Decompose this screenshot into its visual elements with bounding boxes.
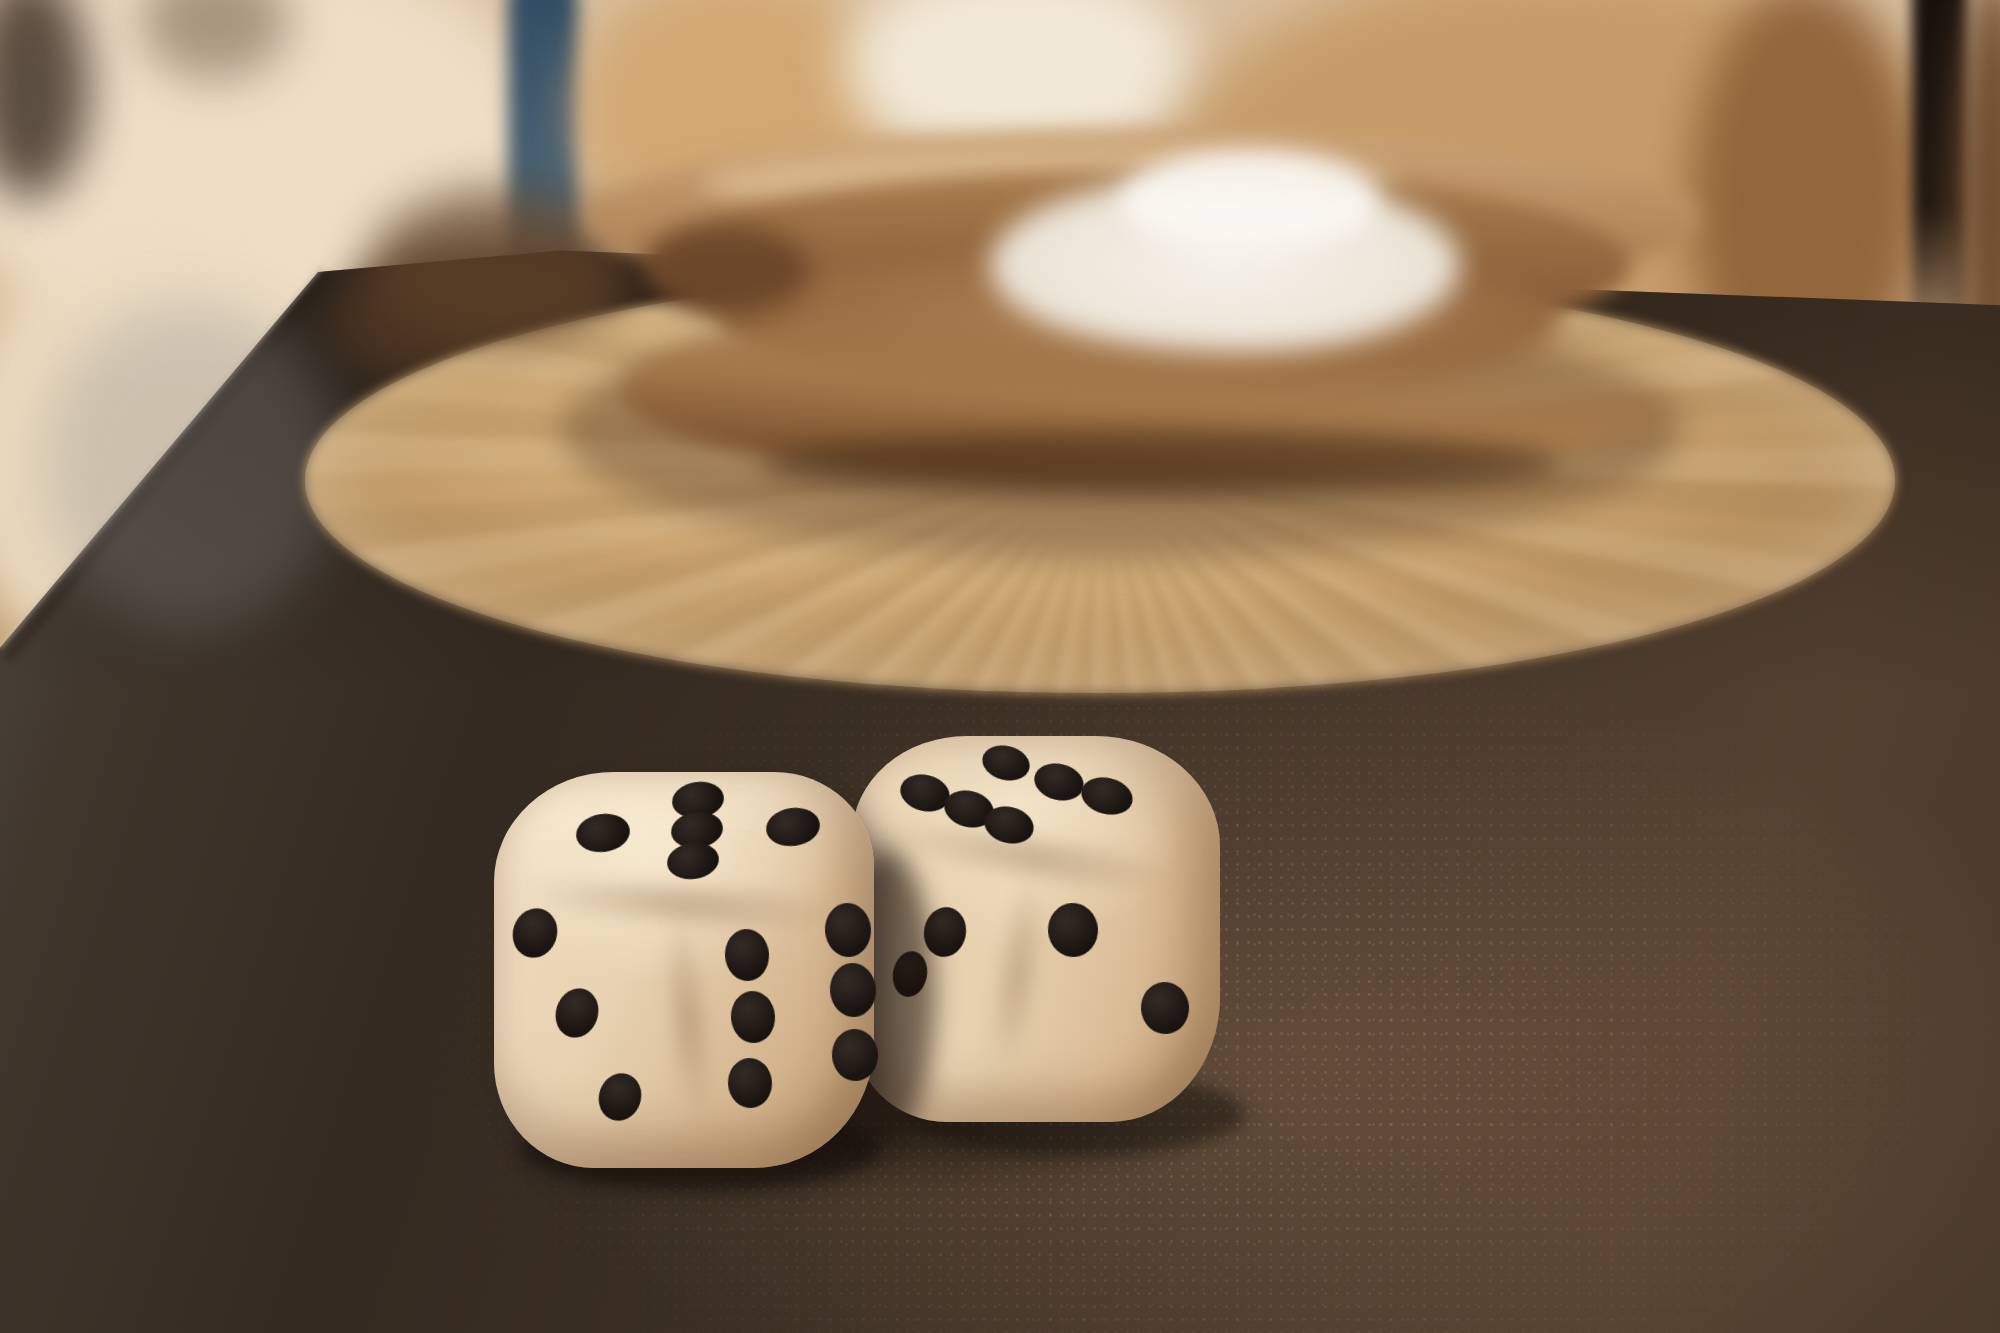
die-pip — [723, 928, 771, 983]
die-pip — [506, 902, 563, 963]
die-pip — [1030, 758, 1087, 805]
die-pip — [823, 901, 873, 958]
die-pip — [1046, 901, 1100, 958]
bowl-rim-dark-notch — [640, 225, 810, 315]
die-pip — [665, 840, 722, 883]
die-pip — [1077, 772, 1136, 820]
die-pip — [574, 810, 633, 855]
die-pip — [979, 741, 1034, 786]
photo-scene — [0, 0, 2000, 1333]
white-cloth-highlight — [1120, 150, 1380, 250]
right-die-vertical-edge-crease — [981, 865, 1050, 1108]
bowl-base-shadow — [760, 430, 1560, 500]
die-pip — [729, 990, 777, 1045]
die-pip — [828, 961, 878, 1018]
left-die — [494, 772, 874, 1168]
die-pip — [764, 804, 823, 849]
left-die-vertical-edge-crease — [658, 901, 721, 1165]
die-pip — [593, 1068, 648, 1127]
die-pip — [549, 983, 604, 1044]
die-pip — [726, 1057, 773, 1110]
table-edge-gray-cast — [40, 300, 340, 630]
die-pip — [1139, 980, 1191, 1035]
